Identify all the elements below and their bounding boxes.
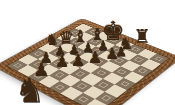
piece-pawn-e6[interactable]: ♟: [88, 50, 102, 66]
piece-pawn-f6[interactable]: ♟: [105, 47, 118, 62]
piece-rook-h8[interactable]: ♜: [133, 27, 150, 46]
product-photo-chess-set: ♞♛♝♚♝♜♟♟♟♟♞♟♟♟♟♟♟♟♞: [0, 0, 175, 105]
piece-pawn-c6[interactable]: ♟: [55, 54, 69, 70]
piece-knight-b5[interactable]: ♞: [15, 73, 45, 105]
piece-pawn-d6[interactable]: ♟: [71, 53, 85, 69]
